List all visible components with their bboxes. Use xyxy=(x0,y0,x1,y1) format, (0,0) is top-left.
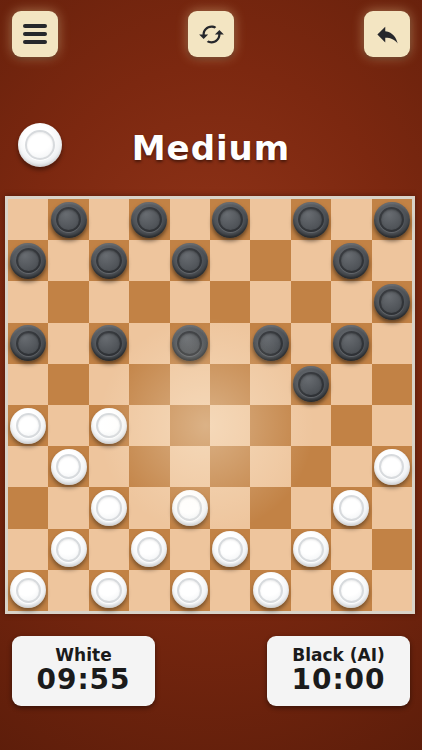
board-square xyxy=(210,487,250,528)
black-piece[interactable] xyxy=(131,202,167,238)
board-square[interactable] xyxy=(250,570,290,611)
board-square[interactable] xyxy=(89,405,129,446)
board-square xyxy=(89,281,129,322)
board-square[interactable] xyxy=(170,323,210,364)
board-square[interactable] xyxy=(291,199,331,240)
board-square xyxy=(331,446,371,487)
board-square xyxy=(210,405,250,446)
black-timer-time: 10:00 xyxy=(291,665,385,696)
black-piece[interactable] xyxy=(172,325,208,361)
board-square xyxy=(210,323,250,364)
board-square xyxy=(331,281,371,322)
black-piece[interactable] xyxy=(172,243,208,279)
black-piece[interactable] xyxy=(374,284,410,320)
board-square xyxy=(210,240,250,281)
board-square xyxy=(291,405,331,446)
board-square xyxy=(250,446,290,487)
board-square xyxy=(291,240,331,281)
board-square[interactable] xyxy=(331,570,371,611)
board-square xyxy=(129,405,169,446)
board-square xyxy=(48,487,88,528)
board-square[interactable] xyxy=(170,487,210,528)
board-square[interactable] xyxy=(372,281,412,322)
board-square[interactable] xyxy=(372,199,412,240)
board-square[interactable] xyxy=(129,199,169,240)
hamburger-icon xyxy=(23,24,47,44)
board-square xyxy=(170,529,210,570)
board-square xyxy=(372,487,412,528)
board-square xyxy=(170,364,210,405)
black-piece[interactable] xyxy=(51,202,87,238)
board-square xyxy=(170,446,210,487)
board-square[interactable] xyxy=(89,240,129,281)
board-square[interactable] xyxy=(291,529,331,570)
board-square[interactable] xyxy=(210,446,250,487)
white-piece[interactable] xyxy=(10,572,46,608)
difficulty-title: Medium xyxy=(0,128,422,168)
board-square[interactable] xyxy=(210,529,250,570)
board-square xyxy=(291,570,331,611)
board-square[interactable] xyxy=(89,487,129,528)
board-square[interactable] xyxy=(8,405,48,446)
board-square xyxy=(331,199,371,240)
white-piece[interactable] xyxy=(253,572,289,608)
black-piece[interactable] xyxy=(212,202,248,238)
white-piece[interactable] xyxy=(91,572,127,608)
board-square[interactable] xyxy=(48,364,88,405)
board-square xyxy=(8,446,48,487)
white-piece[interactable] xyxy=(51,531,87,567)
board-square[interactable] xyxy=(170,405,210,446)
black-piece[interactable] xyxy=(91,325,127,361)
board-square xyxy=(331,364,371,405)
board-square[interactable] xyxy=(372,446,412,487)
board-square xyxy=(48,405,88,446)
board-square xyxy=(129,570,169,611)
black-piece[interactable] xyxy=(10,325,46,361)
board-square xyxy=(372,240,412,281)
board-square xyxy=(8,281,48,322)
board-square[interactable] xyxy=(8,323,48,364)
restart-button[interactable] xyxy=(188,11,234,57)
board-square[interactable] xyxy=(250,405,290,446)
board-square[interactable] xyxy=(291,446,331,487)
white-piece[interactable] xyxy=(333,572,369,608)
board-square xyxy=(170,281,210,322)
white-piece[interactable] xyxy=(374,449,410,485)
black-piece[interactable] xyxy=(374,202,410,238)
board-square[interactable] xyxy=(170,570,210,611)
board-square[interactable] xyxy=(170,240,210,281)
board-square xyxy=(89,446,129,487)
board-square xyxy=(8,199,48,240)
black-piece[interactable] xyxy=(10,243,46,279)
white-piece[interactable] xyxy=(293,531,329,567)
board-square[interactable] xyxy=(48,529,88,570)
board-square[interactable] xyxy=(48,281,88,322)
board-square[interactable] xyxy=(48,199,88,240)
white-piece[interactable] xyxy=(131,531,167,567)
white-piece[interactable] xyxy=(212,531,248,567)
board-square[interactable] xyxy=(210,199,250,240)
board-square[interactable] xyxy=(331,240,371,281)
board-square xyxy=(372,323,412,364)
board-square xyxy=(89,199,129,240)
white-timer-card: White 09:55 xyxy=(12,636,155,706)
black-piece[interactable] xyxy=(293,366,329,402)
undo-icon xyxy=(374,21,401,48)
board-square xyxy=(250,281,290,322)
board-square xyxy=(89,364,129,405)
board-square[interactable] xyxy=(250,323,290,364)
board-square[interactable] xyxy=(89,570,129,611)
app-background: { "game": "checkers (international draug… xyxy=(0,0,422,750)
board-square[interactable] xyxy=(291,281,331,322)
board-square xyxy=(89,529,129,570)
black-piece[interactable] xyxy=(91,243,127,279)
board-square xyxy=(48,570,88,611)
board-square[interactable] xyxy=(331,323,371,364)
board-frame xyxy=(5,196,415,614)
board-square xyxy=(372,570,412,611)
board-square xyxy=(250,529,290,570)
black-piece[interactable] xyxy=(253,325,289,361)
board-square[interactable] xyxy=(210,364,250,405)
white-piece[interactable] xyxy=(91,408,127,444)
board-square xyxy=(129,487,169,528)
black-timer-card: Black (AI) 10:00 xyxy=(267,636,410,706)
menu-button[interactable] xyxy=(12,11,58,57)
board-square[interactable] xyxy=(331,487,371,528)
white-timer-time: 09:55 xyxy=(36,665,130,696)
board-square[interactable] xyxy=(89,323,129,364)
board-square[interactable] xyxy=(129,529,169,570)
board-square[interactable] xyxy=(129,446,169,487)
board-square xyxy=(48,240,88,281)
white-piece[interactable] xyxy=(172,490,208,526)
board-square[interactable] xyxy=(8,240,48,281)
white-piece[interactable] xyxy=(172,572,208,608)
board-square xyxy=(250,199,290,240)
black-piece[interactable] xyxy=(333,325,369,361)
black-piece[interactable] xyxy=(333,243,369,279)
board-square xyxy=(8,364,48,405)
board-square[interactable] xyxy=(210,281,250,322)
white-piece[interactable] xyxy=(333,490,369,526)
board-square xyxy=(170,199,210,240)
board-square xyxy=(8,529,48,570)
white-piece[interactable] xyxy=(91,490,127,526)
board-square xyxy=(48,323,88,364)
board-square xyxy=(291,323,331,364)
board-square[interactable] xyxy=(372,364,412,405)
board-square xyxy=(372,405,412,446)
board-square[interactable] xyxy=(48,446,88,487)
board-square[interactable] xyxy=(250,240,290,281)
board xyxy=(8,199,412,611)
board-square xyxy=(210,570,250,611)
board-square xyxy=(291,487,331,528)
board-square[interactable] xyxy=(129,364,169,405)
white-piece[interactable] xyxy=(10,408,46,444)
board-square xyxy=(331,529,371,570)
board-square[interactable] xyxy=(372,529,412,570)
black-piece[interactable] xyxy=(293,202,329,238)
board-square[interactable] xyxy=(291,364,331,405)
board-square[interactable] xyxy=(8,570,48,611)
board-square[interactable] xyxy=(8,487,48,528)
board-square xyxy=(129,240,169,281)
board-square[interactable] xyxy=(331,405,371,446)
restart-icon xyxy=(198,21,225,48)
board-square xyxy=(129,323,169,364)
white-piece[interactable] xyxy=(51,449,87,485)
board-square xyxy=(250,364,290,405)
undo-button[interactable] xyxy=(364,11,410,57)
board-square[interactable] xyxy=(250,487,290,528)
board-square[interactable] xyxy=(129,281,169,322)
